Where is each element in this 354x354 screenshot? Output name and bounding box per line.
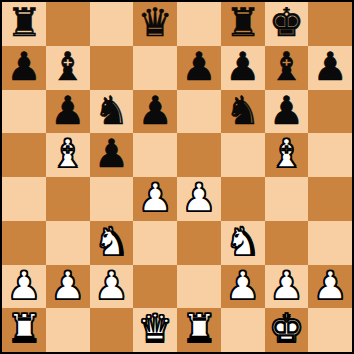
square-c7[interactable] bbox=[90, 46, 134, 90]
square-h1[interactable] bbox=[308, 308, 352, 352]
piece-white-pawn[interactable]: ♟ bbox=[269, 265, 304, 308]
piece-white-knight[interactable]: ♞ bbox=[94, 221, 129, 264]
square-b5[interactable]: ♝ bbox=[46, 133, 90, 177]
square-e7[interactable]: ♟ bbox=[177, 46, 221, 90]
square-a5[interactable] bbox=[2, 133, 46, 177]
square-a2[interactable]: ♟ bbox=[2, 265, 46, 309]
square-e4[interactable]: ♟ bbox=[177, 177, 221, 221]
square-d8[interactable]: ♛ bbox=[133, 2, 177, 46]
piece-white-pawn[interactable]: ♟ bbox=[181, 177, 216, 220]
piece-black-pawn[interactable]: ♟ bbox=[225, 46, 260, 89]
piece-white-rook[interactable]: ♜ bbox=[181, 308, 216, 351]
square-g4[interactable] bbox=[265, 177, 309, 221]
square-g6[interactable]: ♟ bbox=[265, 90, 309, 134]
square-f4[interactable] bbox=[221, 177, 265, 221]
square-d1[interactable]: ♛ bbox=[133, 308, 177, 352]
square-a3[interactable] bbox=[2, 221, 46, 265]
piece-white-pawn[interactable]: ♟ bbox=[50, 265, 85, 308]
square-e6[interactable] bbox=[177, 90, 221, 134]
square-h4[interactable] bbox=[308, 177, 352, 221]
square-h5[interactable] bbox=[308, 133, 352, 177]
square-h6[interactable] bbox=[308, 90, 352, 134]
piece-black-king[interactable]: ♚ bbox=[269, 2, 304, 45]
square-b6[interactable]: ♟ bbox=[46, 90, 90, 134]
piece-white-pawn[interactable]: ♟ bbox=[138, 177, 173, 220]
square-a1[interactable]: ♜ bbox=[2, 308, 46, 352]
piece-black-pawn[interactable]: ♟ bbox=[181, 46, 216, 89]
piece-white-bishop[interactable]: ♝ bbox=[50, 133, 85, 176]
square-d2[interactable] bbox=[133, 265, 177, 309]
square-d7[interactable] bbox=[133, 46, 177, 90]
square-b8[interactable] bbox=[46, 2, 90, 46]
piece-black-pawn[interactable]: ♟ bbox=[6, 46, 41, 89]
square-c2[interactable]: ♟ bbox=[90, 265, 134, 309]
square-h7[interactable]: ♟ bbox=[308, 46, 352, 90]
square-h8[interactable] bbox=[308, 2, 352, 46]
piece-black-pawn[interactable]: ♟ bbox=[269, 90, 304, 133]
square-e3[interactable] bbox=[177, 221, 221, 265]
square-c4[interactable] bbox=[90, 177, 134, 221]
square-c1[interactable] bbox=[90, 308, 134, 352]
square-f3[interactable]: ♞ bbox=[221, 221, 265, 265]
piece-white-pawn[interactable]: ♟ bbox=[6, 265, 41, 308]
square-e5[interactable] bbox=[177, 133, 221, 177]
chess-board: ♜♛♜♚♟♝♟♟♝♟♟♞♟♞♟♝♟♝♟♟♞♞♟♟♟♟♟♟♜♛♜♚ bbox=[2, 2, 352, 352]
square-f2[interactable]: ♟ bbox=[221, 265, 265, 309]
square-b3[interactable] bbox=[46, 221, 90, 265]
piece-black-pawn[interactable]: ♟ bbox=[138, 90, 173, 133]
square-c6[interactable]: ♞ bbox=[90, 90, 134, 134]
square-a7[interactable]: ♟ bbox=[2, 46, 46, 90]
square-h3[interactable] bbox=[308, 221, 352, 265]
square-c5[interactable]: ♟ bbox=[90, 133, 134, 177]
piece-black-bishop[interactable]: ♝ bbox=[50, 46, 85, 89]
square-b7[interactable]: ♝ bbox=[46, 46, 90, 90]
piece-black-bishop[interactable]: ♝ bbox=[269, 46, 304, 89]
piece-black-rook[interactable]: ♜ bbox=[225, 2, 260, 45]
piece-black-rook[interactable]: ♜ bbox=[6, 2, 41, 45]
square-e2[interactable] bbox=[177, 265, 221, 309]
square-g5[interactable]: ♝ bbox=[265, 133, 309, 177]
square-e8[interactable] bbox=[177, 2, 221, 46]
piece-white-king[interactable]: ♚ bbox=[269, 308, 304, 351]
piece-white-pawn[interactable]: ♟ bbox=[313, 265, 348, 308]
square-b1[interactable] bbox=[46, 308, 90, 352]
piece-white-pawn[interactable]: ♟ bbox=[225, 265, 260, 308]
piece-white-rook[interactable]: ♜ bbox=[6, 308, 41, 351]
square-c8[interactable] bbox=[90, 2, 134, 46]
piece-black-pawn[interactable]: ♟ bbox=[313, 46, 348, 89]
square-c3[interactable]: ♞ bbox=[90, 221, 134, 265]
square-a6[interactable] bbox=[2, 90, 46, 134]
piece-black-knight[interactable]: ♞ bbox=[94, 90, 129, 133]
square-g3[interactable] bbox=[265, 221, 309, 265]
piece-black-knight[interactable]: ♞ bbox=[225, 90, 260, 133]
square-f6[interactable]: ♞ bbox=[221, 90, 265, 134]
square-h2[interactable]: ♟ bbox=[308, 265, 352, 309]
square-b2[interactable]: ♟ bbox=[46, 265, 90, 309]
piece-white-queen[interactable]: ♛ bbox=[138, 308, 173, 351]
piece-black-pawn[interactable]: ♟ bbox=[50, 90, 85, 133]
chess-board-frame: ♜♛♜♚♟♝♟♟♝♟♟♞♟♞♟♝♟♝♟♟♞♞♟♟♟♟♟♟♜♛♜♚ bbox=[0, 0, 354, 354]
square-d6[interactable]: ♟ bbox=[133, 90, 177, 134]
piece-white-knight[interactable]: ♞ bbox=[225, 221, 260, 264]
square-f7[interactable]: ♟ bbox=[221, 46, 265, 90]
square-a8[interactable]: ♜ bbox=[2, 2, 46, 46]
square-f1[interactable] bbox=[221, 308, 265, 352]
square-g1[interactable]: ♚ bbox=[265, 308, 309, 352]
square-b4[interactable] bbox=[46, 177, 90, 221]
piece-white-pawn[interactable]: ♟ bbox=[94, 265, 129, 308]
square-e1[interactable]: ♜ bbox=[177, 308, 221, 352]
square-d5[interactable] bbox=[133, 133, 177, 177]
piece-black-pawn[interactable]: ♟ bbox=[94, 133, 129, 176]
square-g7[interactable]: ♝ bbox=[265, 46, 309, 90]
square-g8[interactable]: ♚ bbox=[265, 2, 309, 46]
square-d4[interactable]: ♟ bbox=[133, 177, 177, 221]
square-f8[interactable]: ♜ bbox=[221, 2, 265, 46]
square-g2[interactable]: ♟ bbox=[265, 265, 309, 309]
square-f5[interactable] bbox=[221, 133, 265, 177]
square-a4[interactable] bbox=[2, 177, 46, 221]
square-d3[interactable] bbox=[133, 221, 177, 265]
piece-black-queen[interactable]: ♛ bbox=[138, 2, 173, 45]
piece-white-bishop[interactable]: ♝ bbox=[269, 133, 304, 176]
